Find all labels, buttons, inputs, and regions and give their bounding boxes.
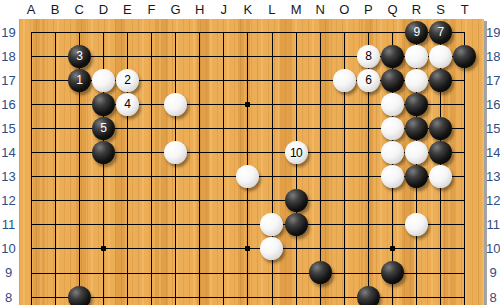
row-label-8-left: 8 [0,285,17,305]
point-B17[interactable] [43,68,67,92]
point-T8[interactable] [453,285,477,305]
point-R10[interactable] [405,237,429,261]
point-P14[interactable] [356,140,380,164]
row-label-9-right: 9 [486,261,500,285]
row-label-17-right: 17 [486,68,500,92]
move-number-8: 8 [365,50,371,62]
point-A12[interactable] [19,189,43,213]
point-N19[interactable] [308,20,332,44]
point-P18[interactable]: 8 [356,44,380,68]
point-N13[interactable] [308,165,332,189]
stone-black-C8 [68,286,91,305]
point-D18[interactable] [91,44,115,68]
point-O16[interactable] [332,92,356,116]
point-N12[interactable] [308,189,332,213]
point-N9[interactable] [308,261,332,285]
point-G13[interactable] [164,165,188,189]
point-M11[interactable] [284,213,308,237]
point-L11[interactable] [260,213,284,237]
row-label-14-right: 14 [486,140,500,164]
point-P11[interactable] [356,213,380,237]
point-G15[interactable] [164,116,188,140]
point-R16[interactable] [405,92,429,116]
point-L9[interactable] [260,261,284,285]
point-H13[interactable] [188,165,212,189]
point-K8[interactable] [236,285,260,305]
point-M18[interactable] [284,44,308,68]
point-R18[interactable] [405,44,429,68]
point-G10[interactable] [164,237,188,261]
point-T11[interactable] [453,213,477,237]
point-N10[interactable] [308,237,332,261]
stone-white-S13 [429,165,452,188]
point-C17[interactable]: 1 [67,68,91,92]
point-G16[interactable] [164,92,188,116]
point-G17[interactable] [164,68,188,92]
point-G19[interactable] [164,20,188,44]
point-C16[interactable] [67,92,91,116]
point-L15[interactable] [260,116,284,140]
point-H10[interactable] [188,237,212,261]
row-label-14-left: 14 [0,140,17,164]
point-D11[interactable] [91,213,115,237]
point-R12[interactable] [405,189,429,213]
point-P9[interactable] [356,261,380,285]
point-A19[interactable] [19,20,43,44]
point-E16[interactable]: 4 [115,92,139,116]
point-F18[interactable] [139,44,163,68]
point-N11[interactable] [308,213,332,237]
point-O15[interactable] [332,116,356,140]
row-label-11-right: 11 [486,213,500,237]
point-T10[interactable] [453,237,477,261]
point-M14[interactable]: 10 [284,140,308,164]
point-H16[interactable] [188,92,212,116]
point-S8[interactable] [429,285,453,305]
star-point-Q10 [390,246,395,251]
point-A14[interactable] [19,140,43,164]
point-B12[interactable] [43,189,67,213]
point-A8[interactable] [19,285,43,305]
point-M15[interactable] [284,116,308,140]
point-C13[interactable] [67,165,91,189]
point-R9[interactable] [405,261,429,285]
column-labels: ABCDEFGHJKLMNOPQRST [19,0,477,19]
point-C9[interactable] [67,261,91,285]
point-B8[interactable] [43,285,67,305]
point-N14[interactable] [308,140,332,164]
point-C15[interactable] [67,116,91,140]
point-B16[interactable] [43,92,67,116]
point-D10[interactable] [91,237,115,261]
point-G8[interactable] [164,285,188,305]
move-number-3: 3 [76,50,82,62]
point-G14[interactable] [164,140,188,164]
point-Q15[interactable] [380,116,404,140]
point-R17[interactable] [405,68,429,92]
point-P12[interactable] [356,189,380,213]
point-J15[interactable] [212,116,236,140]
stone-white-Q13 [381,165,404,188]
point-T18[interactable] [453,44,477,68]
point-O11[interactable] [332,213,356,237]
point-G12[interactable] [164,189,188,213]
point-S9[interactable] [429,261,453,285]
point-A9[interactable] [19,261,43,285]
point-R11[interactable] [405,213,429,237]
point-D8[interactable] [91,285,115,305]
point-K11[interactable] [236,213,260,237]
stone-white-Q16 [381,93,404,116]
col-label-G: G [164,0,188,19]
point-H8[interactable] [188,285,212,305]
point-M8[interactable] [284,285,308,305]
point-K14[interactable] [236,140,260,164]
move-number-2: 2 [124,74,130,86]
point-H15[interactable] [188,116,212,140]
point-M13[interactable] [284,165,308,189]
point-B11[interactable] [43,213,67,237]
point-E17[interactable]: 2 [115,68,139,92]
point-Q16[interactable] [380,92,404,116]
point-M9[interactable] [284,261,308,285]
stone-white-O17 [333,69,356,92]
point-K10[interactable] [236,237,260,261]
row-label-16-left: 16 [0,92,17,116]
point-F19[interactable] [139,20,163,44]
point-M12[interactable] [284,189,308,213]
stone-white-G16 [164,93,187,116]
point-B10[interactable] [43,237,67,261]
point-B15[interactable] [43,116,67,140]
point-C12[interactable] [67,189,91,213]
point-D12[interactable] [91,189,115,213]
point-D16[interactable] [91,92,115,116]
point-G9[interactable] [164,261,188,285]
row-label-15-left: 15 [0,116,17,140]
point-A15[interactable] [19,116,43,140]
point-O9[interactable] [332,261,356,285]
point-O14[interactable] [332,140,356,164]
stone-black-Q18 [381,45,404,68]
point-J19[interactable] [212,20,236,44]
point-C8[interactable] [67,285,91,305]
point-L16[interactable] [260,92,284,116]
point-A13[interactable] [19,165,43,189]
point-S13[interactable] [429,165,453,189]
point-R15[interactable] [405,116,429,140]
point-Q11[interactable] [380,213,404,237]
row-label-16-right: 16 [486,92,500,116]
star-point-K16 [245,102,250,107]
point-D19[interactable] [91,20,115,44]
point-N18[interactable] [308,44,332,68]
col-label-Q: Q [380,0,404,19]
point-T12[interactable] [453,189,477,213]
col-label-M: M [284,0,308,19]
stone-white-R11 [405,213,428,236]
point-F12[interactable] [139,189,163,213]
point-F15[interactable] [139,116,163,140]
stone-white-M14: 10 [285,141,308,164]
row-labels-right: 1918171615141312111098 [486,20,500,305]
point-J14[interactable] [212,140,236,164]
point-L14[interactable] [260,140,284,164]
point-H19[interactable] [188,20,212,44]
point-T16[interactable] [453,92,477,116]
stone-black-P8 [357,286,380,305]
stone-white-Q14 [381,141,404,164]
point-R14[interactable] [405,140,429,164]
point-H9[interactable] [188,261,212,285]
point-F14[interactable] [139,140,163,164]
point-K12[interactable] [236,189,260,213]
point-N17[interactable] [308,68,332,92]
point-K17[interactable] [236,68,260,92]
point-M16[interactable] [284,92,308,116]
row-label-11-left: 11 [0,213,17,237]
point-T14[interactable] [453,140,477,164]
col-label-B: B [43,0,67,19]
point-A16[interactable] [19,92,43,116]
point-A18[interactable] [19,44,43,68]
col-label-R: R [405,0,429,19]
point-O17[interactable] [332,68,356,92]
move-number-5: 5 [100,122,106,134]
point-S14[interactable] [429,140,453,164]
stone-black-D14 [92,141,115,164]
point-F16[interactable] [139,92,163,116]
point-T13[interactable] [453,165,477,189]
point-S15[interactable] [429,116,453,140]
row-label-10-right: 10 [486,237,500,261]
row-label-18-left: 18 [0,44,17,68]
point-P19[interactable] [356,20,380,44]
point-L8[interactable] [260,285,284,305]
point-J9[interactable] [212,261,236,285]
point-D13[interactable] [91,165,115,189]
point-Q18[interactable] [380,44,404,68]
point-S18[interactable] [429,44,453,68]
stone-white-S18 [429,45,452,68]
point-E19[interactable] [115,20,139,44]
point-H14[interactable] [188,140,212,164]
point-O18[interactable] [332,44,356,68]
point-F10[interactable] [139,237,163,261]
stone-black-C17: 1 [68,69,91,92]
point-Q19[interactable] [380,20,404,44]
stone-black-R19: 9 [405,21,428,44]
point-H12[interactable] [188,189,212,213]
point-K16[interactable] [236,92,260,116]
stone-black-S15 [429,117,452,140]
point-L10[interactable] [260,237,284,261]
point-J10[interactable] [212,237,236,261]
point-Q10[interactable] [380,237,404,261]
move-number-7: 7 [438,26,444,38]
row-label-15-right: 15 [486,116,500,140]
point-F17[interactable] [139,68,163,92]
point-L13[interactable] [260,165,284,189]
row-label-9-left: 9 [0,261,17,285]
row-label-10-left: 10 [0,237,17,261]
col-label-H: H [188,0,212,19]
point-E11[interactable] [115,213,139,237]
point-E10[interactable] [115,237,139,261]
point-J11[interactable] [212,213,236,237]
point-C19[interactable] [67,20,91,44]
point-Q8[interactable] [380,285,404,305]
point-A11[interactable] [19,213,43,237]
point-M17[interactable] [284,68,308,92]
point-P8[interactable] [356,285,380,305]
stone-black-D15: 5 [92,117,115,140]
row-label-19-right: 19 [486,20,500,44]
col-label-N: N [308,0,332,19]
point-H11[interactable] [188,213,212,237]
point-D15[interactable]: 5 [91,116,115,140]
star-point-D10 [101,246,106,251]
point-P16[interactable] [356,92,380,116]
stone-black-Q17 [381,69,404,92]
col-label-D: D [91,0,115,19]
point-R13[interactable] [405,165,429,189]
point-T15[interactable] [453,116,477,140]
point-O19[interactable] [332,20,356,44]
row-label-8-right: 8 [486,285,500,305]
point-A17[interactable] [19,68,43,92]
point-L19[interactable] [260,20,284,44]
stone-white-R14 [405,141,428,164]
point-R8[interactable] [405,285,429,305]
move-number-4: 4 [124,98,130,110]
point-B13[interactable] [43,165,67,189]
point-P15[interactable] [356,116,380,140]
point-J13[interactable] [212,165,236,189]
stone-black-R15 [405,117,428,140]
row-label-17-left: 17 [0,68,17,92]
point-D17[interactable] [91,68,115,92]
point-T17[interactable] [453,68,477,92]
point-L17[interactable] [260,68,284,92]
point-E18[interactable] [115,44,139,68]
point-E13[interactable] [115,165,139,189]
point-D14[interactable] [91,140,115,164]
point-S11[interactable] [429,213,453,237]
point-E9[interactable] [115,261,139,285]
point-K19[interactable] [236,20,260,44]
point-M10[interactable] [284,237,308,261]
point-D9[interactable] [91,261,115,285]
stone-white-P18: 8 [357,45,380,68]
point-F13[interactable] [139,165,163,189]
row-label-12-right: 12 [486,189,500,213]
point-S10[interactable] [429,237,453,261]
point-S16[interactable] [429,92,453,116]
point-B19[interactable] [43,20,67,44]
point-P10[interactable] [356,237,380,261]
row-label-13-left: 13 [0,165,17,189]
point-H17[interactable] [188,68,212,92]
point-K13[interactable] [236,165,260,189]
point-M19[interactable] [284,20,308,44]
point-F9[interactable] [139,261,163,285]
point-Q12[interactable] [380,189,404,213]
point-E12[interactable] [115,189,139,213]
point-F11[interactable] [139,213,163,237]
point-S17[interactable] [429,68,453,92]
point-G18[interactable] [164,44,188,68]
point-R19[interactable]: 9 [405,20,429,44]
point-L12[interactable] [260,189,284,213]
point-O10[interactable] [332,237,356,261]
stone-white-E16: 4 [116,93,139,116]
point-B14[interactable] [43,140,67,164]
point-T9[interactable] [453,261,477,285]
row-label-19-left: 19 [0,20,17,44]
point-E14[interactable] [115,140,139,164]
point-B9[interactable] [43,261,67,285]
point-O12[interactable] [332,189,356,213]
point-K15[interactable] [236,116,260,140]
point-J17[interactable] [212,68,236,92]
point-N8[interactable] [308,285,332,305]
point-G11[interactable] [164,213,188,237]
col-label-A: A [19,0,43,19]
stone-white-K13 [236,165,259,188]
stone-black-M12 [285,189,308,212]
point-J16[interactable] [212,92,236,116]
board-grid: 97381264510 [19,20,477,305]
point-F8[interactable] [139,285,163,305]
stone-black-R16 [405,93,428,116]
point-H18[interactable] [188,44,212,68]
point-J18[interactable] [212,44,236,68]
point-Q14[interactable] [380,140,404,164]
point-S19[interactable]: 7 [429,20,453,44]
point-A10[interactable] [19,237,43,261]
point-C14[interactable] [67,140,91,164]
point-T19[interactable] [453,20,477,44]
point-E8[interactable] [115,285,139,305]
point-K9[interactable] [236,261,260,285]
point-O8[interactable] [332,285,356,305]
point-J8[interactable] [212,285,236,305]
point-E15[interactable] [115,116,139,140]
col-label-F: F [139,0,163,19]
point-N15[interactable] [308,116,332,140]
point-B18[interactable] [43,44,67,68]
stone-black-D16 [92,93,115,116]
point-C10[interactable] [67,237,91,261]
point-O13[interactable] [332,165,356,189]
point-Q13[interactable] [380,165,404,189]
point-C18[interactable]: 3 [67,44,91,68]
stone-black-T18 [453,45,476,68]
point-K18[interactable] [236,44,260,68]
point-N16[interactable] [308,92,332,116]
point-L18[interactable] [260,44,284,68]
point-S12[interactable] [429,189,453,213]
point-Q9[interactable] [380,261,404,285]
point-P13[interactable] [356,165,380,189]
point-C11[interactable] [67,213,91,237]
point-Q17[interactable] [380,68,404,92]
point-J12[interactable] [212,189,236,213]
go-board-app: ABCDEFGHJKLMNOPQRST 19181716151413121110… [0,0,500,305]
point-P17[interactable]: 6 [356,68,380,92]
move-number-9: 9 [413,26,419,38]
